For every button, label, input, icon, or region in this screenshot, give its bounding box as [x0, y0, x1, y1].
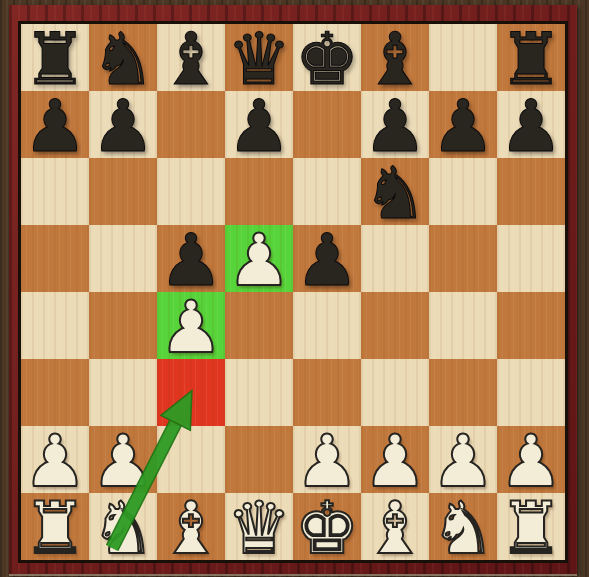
square-g2[interactable]: ♟: [429, 426, 497, 493]
square-a7[interactable]: ♟: [21, 91, 89, 158]
chess-board: ♜♞♝♛♚♝♜♟♟♟♟♟♟♞♟♟♟♟♟♟♟♟♟♟♜♞♝♛♚♝♞♜: [18, 21, 568, 563]
square-d2[interactable]: [225, 426, 293, 493]
white-bishop-f1[interactable]: ♝: [363, 492, 428, 564]
square-f4[interactable]: [361, 292, 429, 359]
square-a8[interactable]: ♜: [21, 24, 89, 91]
square-f2[interactable]: ♟: [361, 426, 429, 493]
square-h6[interactable]: [497, 158, 565, 225]
white-pawn-d5[interactable]: ♟: [227, 224, 292, 296]
black-pawn-e5[interactable]: ♟: [295, 224, 360, 296]
square-b2[interactable]: ♟: [89, 426, 157, 493]
chess-board-window: ♜♞♝♛♚♝♜♟♟♟♟♟♟♞♟♟♟♟♟♟♟♟♟♟♜♞♝♛♚♝♞♜: [0, 0, 589, 577]
square-c3[interactable]: [157, 359, 225, 426]
square-a6[interactable]: [21, 158, 89, 225]
white-knight-b1[interactable]: ♞: [91, 492, 156, 564]
square-e3[interactable]: [293, 359, 361, 426]
square-h8[interactable]: ♜: [497, 24, 565, 91]
square-g6[interactable]: [429, 158, 497, 225]
white-pawn-c4[interactable]: ♟: [159, 291, 224, 363]
square-a1[interactable]: ♜: [21, 493, 89, 560]
square-b7[interactable]: ♟: [89, 91, 157, 158]
square-a3[interactable]: [21, 359, 89, 426]
black-bishop-c8[interactable]: ♝: [159, 23, 224, 95]
square-g8[interactable]: [429, 24, 497, 91]
square-g3[interactable]: [429, 359, 497, 426]
square-c8[interactable]: ♝: [157, 24, 225, 91]
square-d3[interactable]: [225, 359, 293, 426]
square-h5[interactable]: [497, 225, 565, 292]
square-a2[interactable]: ♟: [21, 426, 89, 493]
square-d1[interactable]: ♛: [225, 493, 293, 560]
square-d6[interactable]: [225, 158, 293, 225]
square-f6[interactable]: ♞: [361, 158, 429, 225]
square-b1[interactable]: ♞: [89, 493, 157, 560]
square-e1[interactable]: ♚: [293, 493, 361, 560]
square-e8[interactable]: ♚: [293, 24, 361, 91]
square-h4[interactable]: [497, 292, 565, 359]
square-h7[interactable]: ♟: [497, 91, 565, 158]
black-king-e8[interactable]: ♚: [295, 23, 360, 95]
square-h3[interactable]: [497, 359, 565, 426]
square-g1[interactable]: ♞: [429, 493, 497, 560]
square-f1[interactable]: ♝: [361, 493, 429, 560]
white-bishop-c1[interactable]: ♝: [159, 492, 224, 564]
square-g7[interactable]: ♟: [429, 91, 497, 158]
square-f5[interactable]: [361, 225, 429, 292]
white-rook-h1[interactable]: ♜: [499, 492, 564, 564]
square-g5[interactable]: [429, 225, 497, 292]
black-knight-f6[interactable]: ♞: [363, 157, 428, 229]
square-c2[interactable]: [157, 426, 225, 493]
square-g4[interactable]: [429, 292, 497, 359]
black-pawn-d7[interactable]: ♟: [227, 90, 292, 162]
white-rook-a1[interactable]: ♜: [23, 492, 88, 564]
square-h2[interactable]: ♟: [497, 426, 565, 493]
square-f7[interactable]: ♟: [361, 91, 429, 158]
square-f8[interactable]: ♝: [361, 24, 429, 91]
square-b5[interactable]: [89, 225, 157, 292]
square-d8[interactable]: ♛: [225, 24, 293, 91]
square-f3[interactable]: [361, 359, 429, 426]
square-c5[interactable]: ♟: [157, 225, 225, 292]
white-queen-d1[interactable]: ♛: [227, 492, 292, 564]
square-h1[interactable]: ♜: [497, 493, 565, 560]
square-b8[interactable]: ♞: [89, 24, 157, 91]
square-c4[interactable]: ♟: [157, 292, 225, 359]
black-pawn-g7[interactable]: ♟: [431, 90, 496, 162]
white-king-e1[interactable]: ♚: [295, 492, 360, 564]
square-c7[interactable]: [157, 91, 225, 158]
square-b4[interactable]: [89, 292, 157, 359]
black-pawn-b7[interactable]: ♟: [91, 90, 156, 162]
square-e4[interactable]: [293, 292, 361, 359]
black-pawn-a7[interactable]: ♟: [23, 90, 88, 162]
square-c1[interactable]: ♝: [157, 493, 225, 560]
square-d5[interactable]: ♟: [225, 225, 293, 292]
black-pawn-h7[interactable]: ♟: [499, 90, 564, 162]
square-a4[interactable]: [21, 292, 89, 359]
square-a5[interactable]: [21, 225, 89, 292]
square-e7[interactable]: [293, 91, 361, 158]
square-d4[interactable]: [225, 292, 293, 359]
white-knight-g1[interactable]: ♞: [431, 492, 496, 564]
square-b3[interactable]: [89, 359, 157, 426]
square-b6[interactable]: [89, 158, 157, 225]
square-d7[interactable]: ♟: [225, 91, 293, 158]
square-e6[interactable]: [293, 158, 361, 225]
square-e5[interactable]: ♟: [293, 225, 361, 292]
square-c6[interactable]: [157, 158, 225, 225]
square-e2[interactable]: ♟: [293, 426, 361, 493]
